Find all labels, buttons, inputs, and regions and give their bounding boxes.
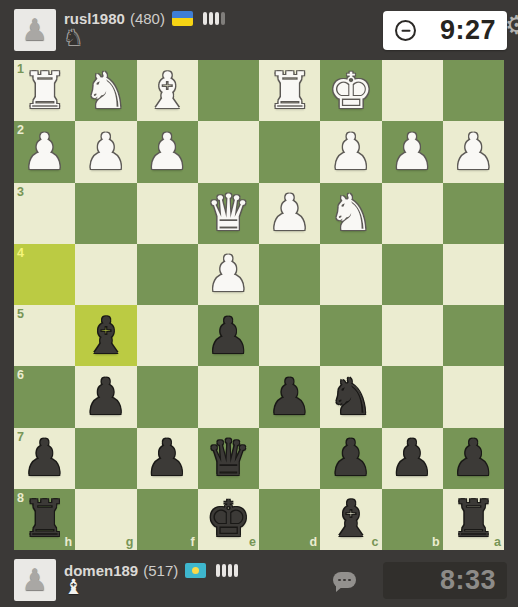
square-a5[interactable]	[443, 305, 504, 366]
white-king-c1[interactable]: ♚	[320, 60, 381, 121]
square-e6[interactable]	[198, 366, 259, 427]
square-g7[interactable]	[75, 428, 136, 489]
chat-dot	[348, 579, 351, 582]
square-d4[interactable]	[259, 244, 320, 305]
kazakhstan-flag-icon	[185, 563, 206, 578]
square-e7[interactable]: ♛	[198, 428, 259, 489]
chat-dot	[338, 579, 341, 582]
square-a7[interactable]: ♟	[443, 428, 504, 489]
circle-minus-clock-icon	[395, 20, 416, 41]
square-a2[interactable]: ♟	[443, 121, 504, 182]
chat-dot	[343, 579, 346, 582]
black-queen-e7[interactable]: ♛	[198, 428, 259, 489]
square-h6[interactable]: 6	[14, 366, 75, 427]
black-pawn-b7[interactable]: ♟	[382, 428, 443, 489]
signal-bar	[228, 564, 232, 577]
square-g2[interactable]: ♟	[75, 121, 136, 182]
ukraine-flag-icon	[172, 11, 193, 26]
square-h3[interactable]: 3	[14, 183, 75, 244]
captured-black-knight-icon: ♞	[64, 28, 83, 49]
black-pawn-c7[interactable]: ♟	[320, 428, 381, 489]
black-pawn-f7[interactable]: ♟	[137, 428, 198, 489]
square-h7[interactable]: 7♟	[14, 428, 75, 489]
signal-bar	[215, 12, 219, 25]
bottom-player-rating: (517)	[143, 562, 178, 579]
game-screen: ⚙ ♟ rusl1980 (480) ♞ 9:27 1♜♞♝♜♚2♟♟♟♟♟♟3…	[0, 0, 518, 607]
square-g1[interactable]: ♞	[75, 60, 136, 121]
white-pawn-f2[interactable]: ♟	[137, 121, 198, 182]
square-f4[interactable]	[137, 244, 198, 305]
file-label-b: b	[432, 536, 440, 549]
square-c4[interactable]	[320, 244, 381, 305]
square-e4[interactable]: ♟	[198, 244, 259, 305]
rank-label-6: 6	[17, 369, 24, 382]
black-pawn-e5[interactable]: ♟	[198, 305, 259, 366]
square-b5[interactable]	[382, 305, 443, 366]
signal-bar	[221, 12, 225, 25]
square-d1[interactable]: ♜	[259, 60, 320, 121]
white-queen-e3[interactable]: ♛	[198, 183, 259, 244]
square-d7[interactable]	[259, 428, 320, 489]
chess-board: 1♜♞♝♜♚2♟♟♟♟♟♟3♛♟♞4♟5♝♟6♟♟♞7♟♟♛♟♟♟8h♜gfe♚…	[14, 60, 504, 550]
white-knight-c3[interactable]: ♞	[320, 183, 381, 244]
square-h5[interactable]: 5	[14, 305, 75, 366]
square-f6[interactable]	[137, 366, 198, 427]
black-king-e8[interactable]: ♚	[198, 489, 259, 550]
bottom-player-info: domen189 (517)	[64, 561, 238, 579]
bottom-connection-signal-icon	[216, 564, 238, 577]
square-f8[interactable]: f	[137, 489, 198, 550]
square-b4[interactable]	[382, 244, 443, 305]
white-pawn-g2[interactable]: ♟	[75, 121, 136, 182]
white-pawn-c2[interactable]: ♟	[320, 121, 381, 182]
square-b8[interactable]: b	[382, 489, 443, 550]
square-g4[interactable]	[75, 244, 136, 305]
black-pawn-d6[interactable]: ♟	[259, 366, 320, 427]
pawn-avatar-icon: ♟	[22, 15, 49, 45]
kazakhstan-emblem	[192, 567, 199, 574]
white-pawn-a2[interactable]: ♟	[443, 121, 504, 182]
chat-bubble-icon[interactable]	[333, 572, 356, 588]
white-pawn-d3[interactable]: ♟	[259, 183, 320, 244]
rank-label-5: 5	[17, 308, 24, 321]
square-c2[interactable]: ♟	[320, 121, 381, 182]
signal-bar	[209, 12, 213, 25]
white-pawn-e4[interactable]: ♟	[198, 244, 259, 305]
black-pawn-h7[interactable]: ♟	[14, 428, 75, 489]
bottom-clock-time: 8:33	[383, 565, 507, 596]
square-h1[interactable]: 1♜	[14, 60, 75, 121]
square-c3[interactable]: ♞	[320, 183, 381, 244]
captured-white-bishop-icon: ♝	[64, 577, 83, 598]
square-e1[interactable]	[198, 60, 259, 121]
square-f2[interactable]: ♟	[137, 121, 198, 182]
black-rook-h8[interactable]: ♜	[14, 489, 75, 550]
square-c7[interactable]: ♟	[320, 428, 381, 489]
bottom-player-clock: 8:33	[383, 562, 507, 599]
square-b1[interactable]	[382, 60, 443, 121]
square-a3[interactable]	[443, 183, 504, 244]
square-f3[interactable]	[137, 183, 198, 244]
signal-bar	[222, 564, 226, 577]
square-b3[interactable]	[382, 183, 443, 244]
square-b2[interactable]: ♟	[382, 121, 443, 182]
square-b6[interactable]	[382, 366, 443, 427]
square-f7[interactable]: ♟	[137, 428, 198, 489]
top-connection-signal-icon	[203, 12, 225, 25]
black-knight-c6[interactable]: ♞	[320, 366, 381, 427]
white-pawn-b2[interactable]: ♟	[382, 121, 443, 182]
file-label-f: f	[191, 536, 195, 549]
square-g3[interactable]	[75, 183, 136, 244]
square-c6[interactable]: ♞	[320, 366, 381, 427]
square-h2[interactable]: 2♟	[14, 121, 75, 182]
top-player-rating: (480)	[130, 10, 165, 27]
square-g6[interactable]: ♟	[75, 366, 136, 427]
square-a1[interactable]	[443, 60, 504, 121]
top-player-bar: ♟ rusl1980 (480) ♞ 9:27	[0, 0, 518, 60]
square-c5[interactable]	[320, 305, 381, 366]
top-player-clock: 9:27	[383, 11, 507, 50]
black-pawn-a7[interactable]: ♟	[443, 428, 504, 489]
square-a4[interactable]	[443, 244, 504, 305]
square-a6[interactable]	[443, 366, 504, 427]
white-pawn-h2[interactable]: ♟	[14, 121, 75, 182]
square-d5[interactable]	[259, 305, 320, 366]
square-c8[interactable]: c♝	[320, 489, 381, 550]
black-bishop-g5[interactable]: ♝	[75, 305, 136, 366]
bottom-player-avatar[interactable]: ♟	[14, 559, 56, 601]
black-rook-a8[interactable]: ♜	[443, 489, 504, 550]
file-label-d: d	[310, 536, 318, 549]
square-h8[interactable]: 8h♜	[14, 489, 75, 550]
top-player-name[interactable]: rusl1980	[64, 10, 125, 27]
square-f5[interactable]	[137, 305, 198, 366]
white-bishop-f1[interactable]: ♝	[137, 60, 198, 121]
square-e2[interactable]	[198, 121, 259, 182]
square-d6[interactable]: ♟	[259, 366, 320, 427]
square-a8[interactable]: a♜	[443, 489, 504, 550]
white-rook-h1[interactable]: ♜	[14, 60, 75, 121]
square-f1[interactable]: ♝	[137, 60, 198, 121]
square-g8[interactable]: g	[75, 489, 136, 550]
square-h4[interactable]: 4	[14, 244, 75, 305]
signal-bar	[203, 12, 207, 25]
top-player-info: rusl1980 (480)	[64, 9, 225, 27]
white-knight-g1[interactable]: ♞	[75, 60, 136, 121]
square-e8[interactable]: e♚	[198, 489, 259, 550]
bottom-player-bar: ♟ domen189 (517) ♝ 8:33	[0, 556, 518, 607]
square-d3[interactable]: ♟	[259, 183, 320, 244]
top-player-avatar[interactable]: ♟	[14, 9, 56, 51]
file-label-g: g	[126, 536, 134, 549]
square-g5[interactable]: ♝	[75, 305, 136, 366]
top-clock-time: 9:27	[416, 15, 507, 46]
pawn-avatar-icon: ♟	[22, 565, 49, 595]
square-e3[interactable]: ♛	[198, 183, 259, 244]
square-c1[interactable]: ♚	[320, 60, 381, 121]
black-pawn-g6[interactable]: ♟	[75, 366, 136, 427]
black-bishop-c8[interactable]: ♝	[320, 489, 381, 550]
square-d2[interactable]	[259, 121, 320, 182]
rank-label-3: 3	[17, 186, 24, 199]
rank-label-4: 4	[17, 247, 24, 260]
square-e5[interactable]: ♟	[198, 305, 259, 366]
square-d8[interactable]: d	[259, 489, 320, 550]
signal-bar	[234, 564, 238, 577]
square-b7[interactable]: ♟	[382, 428, 443, 489]
chat-bubble-tail	[336, 586, 343, 592]
white-rook-d1[interactable]: ♜	[259, 60, 320, 121]
signal-bar	[216, 564, 220, 577]
